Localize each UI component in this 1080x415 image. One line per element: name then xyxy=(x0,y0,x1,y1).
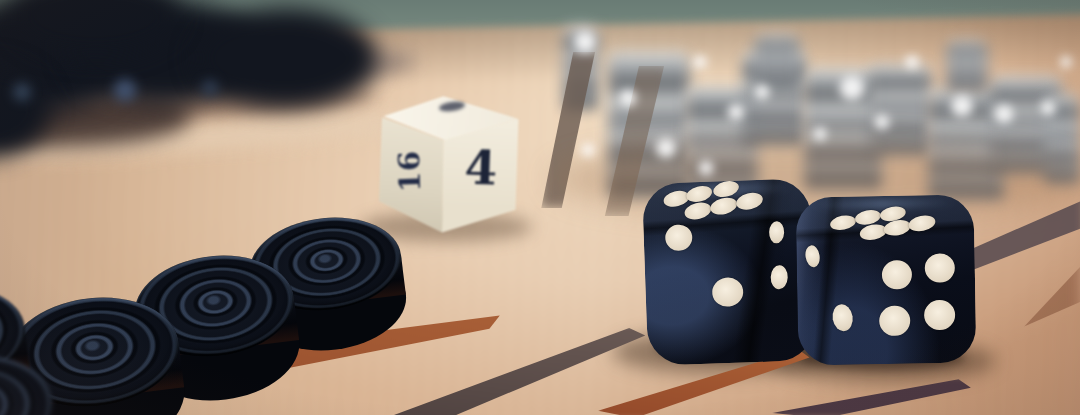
blurred-checker-highlight xyxy=(202,80,218,96)
backgammon-photo-scene: 16 4 xyxy=(0,0,1080,415)
bokeh-highlight xyxy=(949,93,975,119)
die-pip-left-face xyxy=(664,223,694,253)
die-pip-right-face xyxy=(881,260,912,290)
metal-checker-stack xyxy=(754,34,800,90)
bokeh-highlight xyxy=(904,54,920,70)
bokeh-highlight xyxy=(1059,55,1073,69)
die-pip-top-face xyxy=(908,214,937,234)
bokeh-highlight xyxy=(873,113,891,131)
die-pip-top-face xyxy=(734,190,764,212)
die-pip-right-face xyxy=(923,300,955,331)
bokeh-highlight xyxy=(580,142,596,158)
metal-checker-stack xyxy=(946,40,988,92)
bokeh-highlight xyxy=(692,54,708,70)
die-pip-top-face xyxy=(662,188,691,209)
bokeh-highlight xyxy=(654,136,678,160)
blurred-black-checker xyxy=(193,8,377,108)
bokeh-highlight xyxy=(618,88,638,108)
die-pip-left-face xyxy=(711,276,746,309)
die-pip-top-face xyxy=(685,183,714,204)
die-pip-top-face xyxy=(708,195,738,217)
bokeh-highlight xyxy=(837,73,867,103)
bokeh-highlight xyxy=(812,126,828,142)
die-pip-right-face xyxy=(879,306,911,337)
blurred-checker-highlight xyxy=(13,83,31,101)
die-pip-top-face xyxy=(829,213,857,232)
bokeh-highlight xyxy=(1039,99,1057,117)
blurred-checker-highlight xyxy=(114,79,136,101)
die-pip-left-face xyxy=(804,244,821,268)
die-pip-right-face xyxy=(925,253,956,283)
bokeh-highlight xyxy=(993,103,1015,125)
bokeh-highlight xyxy=(697,159,715,177)
die-right xyxy=(796,194,977,365)
die-pip-top-face xyxy=(858,222,887,242)
doubling-cube-side-label: 16 xyxy=(391,139,427,203)
bokeh-highlight xyxy=(572,29,598,55)
die-pip-top-face xyxy=(683,200,713,222)
die-pip-right-face xyxy=(770,265,788,290)
die-pip-left-face xyxy=(830,303,854,333)
doubling-cube-front-label: 4 xyxy=(444,139,518,196)
bokeh-highlight xyxy=(726,102,746,122)
die-left xyxy=(642,178,816,366)
die-pip-right-face xyxy=(768,221,784,244)
bokeh-highlight xyxy=(753,83,771,101)
